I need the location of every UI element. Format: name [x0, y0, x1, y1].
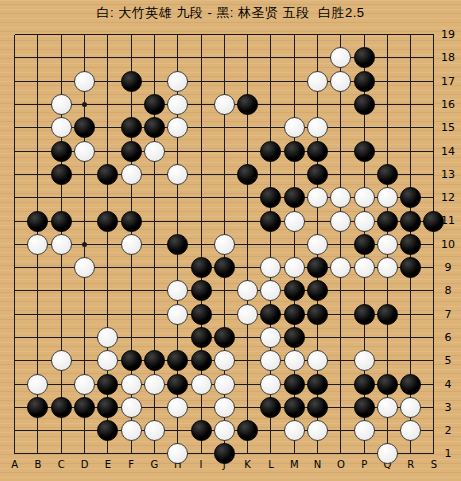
intersection-O18[interactable]: [329, 46, 352, 69]
intersection-E5[interactable]: [96, 349, 119, 372]
intersection-K15[interactable]: [236, 116, 259, 139]
intersection-O15[interactable]: [329, 116, 352, 139]
intersection-R17[interactable]: [399, 70, 422, 93]
intersection-P2[interactable]: [352, 419, 375, 442]
intersection-M7[interactable]: [283, 303, 306, 326]
intersection-C15[interactable]: [50, 116, 73, 139]
intersection-N14[interactable]: [306, 139, 329, 162]
intersection-P19[interactable]: [352, 23, 375, 46]
intersection-E11[interactable]: [96, 209, 119, 232]
intersection-A9[interactable]: [3, 256, 26, 279]
intersection-B13[interactable]: [26, 163, 49, 186]
intersection-K14[interactable]: [236, 139, 259, 162]
intersection-M2[interactable]: [283, 419, 306, 442]
intersection-N5[interactable]: [306, 349, 329, 372]
intersection-R4[interactable]: [399, 372, 422, 395]
intersection-H19[interactable]: [166, 23, 189, 46]
intersection-D9[interactable]: [73, 256, 96, 279]
intersection-Q4[interactable]: [376, 372, 399, 395]
intersection-O4[interactable]: [329, 372, 352, 395]
intersection-B18[interactable]: [26, 46, 49, 69]
intersection-D17[interactable]: [73, 70, 96, 93]
intersection-M16[interactable]: [283, 93, 306, 116]
intersection-K9[interactable]: [236, 256, 259, 279]
intersection-H12[interactable]: [166, 186, 189, 209]
intersection-E17[interactable]: [96, 70, 119, 93]
intersection-I4[interactable]: [189, 372, 212, 395]
intersection-K2[interactable]: [236, 419, 259, 442]
intersection-A10[interactable]: [3, 233, 26, 256]
intersection-N13[interactable]: [306, 163, 329, 186]
intersection-Q9[interactable]: [376, 256, 399, 279]
intersection-G10[interactable]: [143, 233, 166, 256]
intersection-M13[interactable]: [283, 163, 306, 186]
intersection-I15[interactable]: [189, 116, 212, 139]
intersection-Q11[interactable]: [376, 209, 399, 232]
intersection-D15[interactable]: [73, 116, 96, 139]
intersection-E14[interactable]: [96, 139, 119, 162]
intersection-J2[interactable]: [213, 419, 236, 442]
intersection-K10[interactable]: [236, 233, 259, 256]
intersection-G14[interactable]: [143, 139, 166, 162]
intersection-I11[interactable]: [189, 209, 212, 232]
intersection-L7[interactable]: [259, 303, 282, 326]
intersection-A18[interactable]: [3, 46, 26, 69]
intersection-E2[interactable]: [96, 419, 119, 442]
intersection-G6[interactable]: [143, 326, 166, 349]
intersection-O13[interactable]: [329, 163, 352, 186]
intersection-E18[interactable]: [96, 46, 119, 69]
intersection-I19[interactable]: [189, 23, 212, 46]
intersection-N18[interactable]: [306, 46, 329, 69]
intersection-D8[interactable]: [73, 279, 96, 302]
intersection-K8[interactable]: [236, 279, 259, 302]
intersection-J13[interactable]: [213, 163, 236, 186]
intersection-B4[interactable]: [26, 372, 49, 395]
intersection-P17[interactable]: [352, 70, 375, 93]
intersection-G8[interactable]: [143, 279, 166, 302]
intersection-K11[interactable]: [236, 209, 259, 232]
intersection-O19[interactable]: [329, 23, 352, 46]
intersection-B11[interactable]: [26, 209, 49, 232]
intersection-P8[interactable]: [352, 279, 375, 302]
intersection-Q13[interactable]: [376, 163, 399, 186]
intersection-J8[interactable]: [213, 279, 236, 302]
intersection-A5[interactable]: [3, 349, 26, 372]
intersection-A19[interactable]: [3, 23, 26, 46]
intersection-C4[interactable]: [50, 372, 73, 395]
intersection-C6[interactable]: [50, 326, 73, 349]
intersection-P16[interactable]: [352, 93, 375, 116]
intersection-F16[interactable]: [119, 93, 142, 116]
intersection-C12[interactable]: [50, 186, 73, 209]
intersection-R6[interactable]: [399, 326, 422, 349]
intersection-F7[interactable]: [119, 303, 142, 326]
intersection-D19[interactable]: [73, 23, 96, 46]
intersection-J3[interactable]: [213, 396, 236, 419]
intersection-K3[interactable]: [236, 396, 259, 419]
intersection-N16[interactable]: [306, 93, 329, 116]
intersection-R5[interactable]: [399, 349, 422, 372]
intersection-L6[interactable]: [259, 326, 282, 349]
intersection-E8[interactable]: [96, 279, 119, 302]
intersection-C14[interactable]: [50, 139, 73, 162]
intersection-M9[interactable]: [283, 256, 306, 279]
intersection-F4[interactable]: [119, 372, 142, 395]
intersection-Q8[interactable]: [376, 279, 399, 302]
intersection-E13[interactable]: [96, 163, 119, 186]
intersection-I14[interactable]: [189, 139, 212, 162]
intersection-N12[interactable]: [306, 186, 329, 209]
intersection-B17[interactable]: [26, 70, 49, 93]
intersection-I12[interactable]: [189, 186, 212, 209]
intersection-F14[interactable]: [119, 139, 142, 162]
intersection-G16[interactable]: [143, 93, 166, 116]
intersection-H13[interactable]: [166, 163, 189, 186]
intersection-G12[interactable]: [143, 186, 166, 209]
intersection-K6[interactable]: [236, 326, 259, 349]
intersection-Q12[interactable]: [376, 186, 399, 209]
intersection-C8[interactable]: [50, 279, 73, 302]
intersection-F13[interactable]: [119, 163, 142, 186]
intersection-L3[interactable]: [259, 396, 282, 419]
intersection-O5[interactable]: [329, 349, 352, 372]
intersection-A2[interactable]: [3, 419, 26, 442]
intersection-L16[interactable]: [259, 93, 282, 116]
intersection-O2[interactable]: [329, 419, 352, 442]
intersection-P12[interactable]: [352, 186, 375, 209]
intersection-A8[interactable]: [3, 279, 26, 302]
intersection-A13[interactable]: [3, 163, 26, 186]
intersection-H6[interactable]: [166, 326, 189, 349]
intersection-G11[interactable]: [143, 209, 166, 232]
intersection-D12[interactable]: [73, 186, 96, 209]
intersection-M5[interactable]: [283, 349, 306, 372]
intersection-F9[interactable]: [119, 256, 142, 279]
intersection-C5[interactable]: [50, 349, 73, 372]
intersection-H14[interactable]: [166, 139, 189, 162]
intersection-I10[interactable]: [189, 233, 212, 256]
intersection-H5[interactable]: [166, 349, 189, 372]
intersection-F5[interactable]: [119, 349, 142, 372]
intersection-L12[interactable]: [259, 186, 282, 209]
intersection-F12[interactable]: [119, 186, 142, 209]
intersection-D14[interactable]: [73, 139, 96, 162]
intersection-G4[interactable]: [143, 372, 166, 395]
intersection-R14[interactable]: [399, 139, 422, 162]
intersection-L17[interactable]: [259, 70, 282, 93]
intersection-C17[interactable]: [50, 70, 73, 93]
intersection-L13[interactable]: [259, 163, 282, 186]
intersection-O9[interactable]: [329, 256, 352, 279]
intersection-P7[interactable]: [352, 303, 375, 326]
intersection-O3[interactable]: [329, 396, 352, 419]
intersection-I5[interactable]: [189, 349, 212, 372]
intersection-Q3[interactable]: [376, 396, 399, 419]
intersection-K12[interactable]: [236, 186, 259, 209]
intersection-F11[interactable]: [119, 209, 142, 232]
intersection-J15[interactable]: [213, 116, 236, 139]
intersection-G15[interactable]: [143, 116, 166, 139]
intersection-E15[interactable]: [96, 116, 119, 139]
intersection-A15[interactable]: [3, 116, 26, 139]
intersection-B3[interactable]: [26, 396, 49, 419]
intersection-E4[interactable]: [96, 372, 119, 395]
intersection-G19[interactable]: [143, 23, 166, 46]
intersection-K17[interactable]: [236, 70, 259, 93]
intersection-D10[interactable]: [73, 233, 96, 256]
intersection-G17[interactable]: [143, 70, 166, 93]
intersection-C16[interactable]: [50, 93, 73, 116]
intersection-G5[interactable]: [143, 349, 166, 372]
intersection-F18[interactable]: [119, 46, 142, 69]
intersection-E3[interactable]: [96, 396, 119, 419]
intersection-B6[interactable]: [26, 326, 49, 349]
intersection-I18[interactable]: [189, 46, 212, 69]
intersection-B12[interactable]: [26, 186, 49, 209]
intersection-J9[interactable]: [213, 256, 236, 279]
intersection-K16[interactable]: [236, 93, 259, 116]
intersection-G13[interactable]: [143, 163, 166, 186]
intersection-H3[interactable]: [166, 396, 189, 419]
intersection-N10[interactable]: [306, 233, 329, 256]
intersection-K13[interactable]: [236, 163, 259, 186]
intersection-E16[interactable]: [96, 93, 119, 116]
intersection-P14[interactable]: [352, 139, 375, 162]
intersection-N8[interactable]: [306, 279, 329, 302]
intersection-F10[interactable]: [119, 233, 142, 256]
intersection-H2[interactable]: [166, 419, 189, 442]
intersection-L14[interactable]: [259, 139, 282, 162]
intersection-M14[interactable]: [283, 139, 306, 162]
intersection-L4[interactable]: [259, 372, 282, 395]
intersection-N6[interactable]: [306, 326, 329, 349]
intersection-A12[interactable]: [3, 186, 26, 209]
intersection-C18[interactable]: [50, 46, 73, 69]
intersection-H17[interactable]: [166, 70, 189, 93]
intersection-R19[interactable]: [399, 23, 422, 46]
intersection-A11[interactable]: [3, 209, 26, 232]
intersection-B19[interactable]: [26, 23, 49, 46]
intersection-O17[interactable]: [329, 70, 352, 93]
intersection-B2[interactable]: [26, 419, 49, 442]
intersection-G7[interactable]: [143, 303, 166, 326]
intersection-A17[interactable]: [3, 70, 26, 93]
intersection-D5[interactable]: [73, 349, 96, 372]
intersection-G9[interactable]: [143, 256, 166, 279]
intersection-E19[interactable]: [96, 23, 119, 46]
intersection-D18[interactable]: [73, 46, 96, 69]
intersection-J16[interactable]: [213, 93, 236, 116]
intersection-M12[interactable]: [283, 186, 306, 209]
intersection-L8[interactable]: [259, 279, 282, 302]
intersection-R11[interactable]: [399, 209, 422, 232]
intersection-L5[interactable]: [259, 349, 282, 372]
intersection-H10[interactable]: [166, 233, 189, 256]
intersection-F8[interactable]: [119, 279, 142, 302]
intersection-L2[interactable]: [259, 419, 282, 442]
intersection-A4[interactable]: [3, 372, 26, 395]
intersection-J5[interactable]: [213, 349, 236, 372]
intersection-D11[interactable]: [73, 209, 96, 232]
intersection-B9[interactable]: [26, 256, 49, 279]
intersection-R15[interactable]: [399, 116, 422, 139]
intersection-M3[interactable]: [283, 396, 306, 419]
intersection-C2[interactable]: [50, 419, 73, 442]
intersection-E12[interactable]: [96, 186, 119, 209]
intersection-Q15[interactable]: [376, 116, 399, 139]
intersection-H18[interactable]: [166, 46, 189, 69]
intersection-N15[interactable]: [306, 116, 329, 139]
intersection-R2[interactable]: [399, 419, 422, 442]
intersection-I16[interactable]: [189, 93, 212, 116]
intersection-C19[interactable]: [50, 23, 73, 46]
intersection-D16[interactable]: [73, 93, 96, 116]
intersection-C10[interactable]: [50, 233, 73, 256]
intersection-E10[interactable]: [96, 233, 119, 256]
intersection-N19[interactable]: [306, 23, 329, 46]
intersection-R8[interactable]: [399, 279, 422, 302]
intersection-I8[interactable]: [189, 279, 212, 302]
intersection-G3[interactable]: [143, 396, 166, 419]
intersection-A7[interactable]: [3, 303, 26, 326]
intersection-N4[interactable]: [306, 372, 329, 395]
intersection-F19[interactable]: [119, 23, 142, 46]
intersection-Q18[interactable]: [376, 46, 399, 69]
intersection-I13[interactable]: [189, 163, 212, 186]
intersection-P10[interactable]: [352, 233, 375, 256]
intersection-N9[interactable]: [306, 256, 329, 279]
intersection-L18[interactable]: [259, 46, 282, 69]
intersection-O16[interactable]: [329, 93, 352, 116]
intersection-R3[interactable]: [399, 396, 422, 419]
intersection-J12[interactable]: [213, 186, 236, 209]
intersection-C13[interactable]: [50, 163, 73, 186]
intersection-P11[interactable]: [352, 209, 375, 232]
intersection-K4[interactable]: [236, 372, 259, 395]
intersection-P18[interactable]: [352, 46, 375, 69]
intersection-C3[interactable]: [50, 396, 73, 419]
intersection-Q6[interactable]: [376, 326, 399, 349]
intersection-R13[interactable]: [399, 163, 422, 186]
intersection-H7[interactable]: [166, 303, 189, 326]
intersection-M10[interactable]: [283, 233, 306, 256]
intersection-B8[interactable]: [26, 279, 49, 302]
intersection-Q16[interactable]: [376, 93, 399, 116]
intersection-E9[interactable]: [96, 256, 119, 279]
intersection-O7[interactable]: [329, 303, 352, 326]
intersection-Q19[interactable]: [376, 23, 399, 46]
intersection-F17[interactable]: [119, 70, 142, 93]
intersection-J14[interactable]: [213, 139, 236, 162]
intersection-I6[interactable]: [189, 326, 212, 349]
intersection-L9[interactable]: [259, 256, 282, 279]
intersection-H11[interactable]: [166, 209, 189, 232]
intersection-O11[interactable]: [329, 209, 352, 232]
intersection-N3[interactable]: [306, 396, 329, 419]
intersection-A6[interactable]: [3, 326, 26, 349]
intersection-H8[interactable]: [166, 279, 189, 302]
intersection-M18[interactable]: [283, 46, 306, 69]
intersection-M17[interactable]: [283, 70, 306, 93]
intersection-Q7[interactable]: [376, 303, 399, 326]
intersection-D7[interactable]: [73, 303, 96, 326]
intersection-C9[interactable]: [50, 256, 73, 279]
intersection-N2[interactable]: [306, 419, 329, 442]
intersection-H9[interactable]: [166, 256, 189, 279]
intersection-C7[interactable]: [50, 303, 73, 326]
intersection-F6[interactable]: [119, 326, 142, 349]
intersection-P13[interactable]: [352, 163, 375, 186]
intersection-H16[interactable]: [166, 93, 189, 116]
intersection-E7[interactable]: [96, 303, 119, 326]
intersection-F15[interactable]: [119, 116, 142, 139]
intersection-R9[interactable]: [399, 256, 422, 279]
intersection-R12[interactable]: [399, 186, 422, 209]
intersection-O14[interactable]: [329, 139, 352, 162]
intersection-O6[interactable]: [329, 326, 352, 349]
intersection-J18[interactable]: [213, 46, 236, 69]
intersection-Q14[interactable]: [376, 139, 399, 162]
intersection-B5[interactable]: [26, 349, 49, 372]
intersection-N7[interactable]: [306, 303, 329, 326]
intersection-B14[interactable]: [26, 139, 49, 162]
intersection-B7[interactable]: [26, 303, 49, 326]
intersection-I7[interactable]: [189, 303, 212, 326]
intersection-J17[interactable]: [213, 70, 236, 93]
intersection-O8[interactable]: [329, 279, 352, 302]
intersection-M4[interactable]: [283, 372, 306, 395]
intersection-M6[interactable]: [283, 326, 306, 349]
intersection-B15[interactable]: [26, 116, 49, 139]
intersection-O12[interactable]: [329, 186, 352, 209]
intersection-Q17[interactable]: [376, 70, 399, 93]
intersection-J7[interactable]: [213, 303, 236, 326]
intersection-J6[interactable]: [213, 326, 236, 349]
intersection-P3[interactable]: [352, 396, 375, 419]
intersection-K19[interactable]: [236, 23, 259, 46]
intersection-J11[interactable]: [213, 209, 236, 232]
intersection-M11[interactable]: [283, 209, 306, 232]
intersection-H15[interactable]: [166, 116, 189, 139]
intersection-N11[interactable]: [306, 209, 329, 232]
intersection-H4[interactable]: [166, 372, 189, 395]
intersection-P9[interactable]: [352, 256, 375, 279]
intersection-P4[interactable]: [352, 372, 375, 395]
intersection-I17[interactable]: [189, 70, 212, 93]
intersection-K5[interactable]: [236, 349, 259, 372]
intersection-B16[interactable]: [26, 93, 49, 116]
intersection-L11[interactable]: [259, 209, 282, 232]
intersection-R16[interactable]: [399, 93, 422, 116]
intersection-I3[interactable]: [189, 396, 212, 419]
intersection-J4[interactable]: [213, 372, 236, 395]
intersection-Q10[interactable]: [376, 233, 399, 256]
intersection-P6[interactable]: [352, 326, 375, 349]
intersection-R10[interactable]: [399, 233, 422, 256]
intersection-D13[interactable]: [73, 163, 96, 186]
intersection-N17[interactable]: [306, 70, 329, 93]
intersection-O10[interactable]: [329, 233, 352, 256]
intersection-L19[interactable]: [259, 23, 282, 46]
intersection-M19[interactable]: [283, 23, 306, 46]
intersection-C11[interactable]: [50, 209, 73, 232]
intersection-J19[interactable]: [213, 23, 236, 46]
intersection-F3[interactable]: [119, 396, 142, 419]
intersection-Q2[interactable]: [376, 419, 399, 442]
intersection-R7[interactable]: [399, 303, 422, 326]
intersection-K7[interactable]: [236, 303, 259, 326]
